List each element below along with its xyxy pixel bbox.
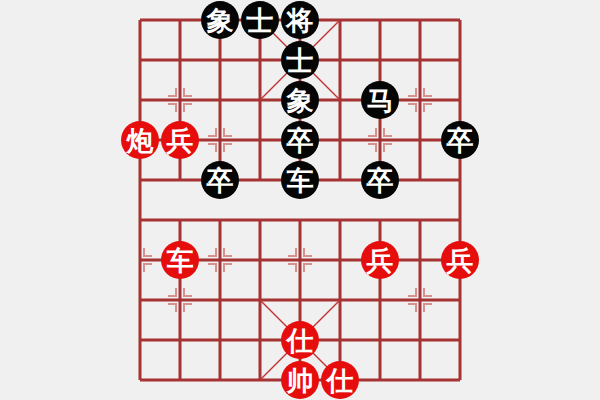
point-6-6[interactable]: 兵 <box>360 240 400 280</box>
point-7-5[interactable] <box>400 200 440 240</box>
red-chariot[interactable]: 车 <box>161 241 199 279</box>
red-cannon[interactable]: 炮 <box>121 121 159 159</box>
point-5-8[interactable] <box>320 320 360 360</box>
point-5-0[interactable] <box>320 0 360 40</box>
black-advisor[interactable]: 士 <box>281 41 319 79</box>
point-4-8[interactable]: 仕 <box>280 320 320 360</box>
point-1-3[interactable]: 兵 <box>160 120 200 160</box>
point-7-6[interactable] <box>400 240 440 280</box>
point-2-6[interactable] <box>200 240 240 280</box>
point-1-7[interactable] <box>160 280 200 320</box>
point-7-4[interactable] <box>400 160 440 200</box>
point-3-1[interactable] <box>240 40 280 80</box>
point-2-8[interactable] <box>200 320 240 360</box>
point-5-6[interactable] <box>320 240 360 280</box>
black-pawn[interactable]: 卒 <box>281 121 319 159</box>
point-4-5[interactable] <box>280 200 320 240</box>
point-8-5[interactable] <box>440 200 480 240</box>
point-5-1[interactable] <box>320 40 360 80</box>
point-5-9[interactable]: 仕 <box>320 360 360 400</box>
red-general[interactable]: 帅 <box>281 361 319 399</box>
point-3-7[interactable] <box>240 280 280 320</box>
point-5-2[interactable] <box>320 80 360 120</box>
point-0-0[interactable] <box>120 0 160 40</box>
point-4-2[interactable]: 象 <box>280 80 320 120</box>
point-6-5[interactable] <box>360 200 400 240</box>
point-2-1[interactable] <box>200 40 240 80</box>
point-4-1[interactable]: 士 <box>280 40 320 80</box>
point-3-6[interactable] <box>240 240 280 280</box>
point-2-4[interactable]: 卒 <box>200 160 240 200</box>
point-6-2[interactable]: 马 <box>360 80 400 120</box>
point-2-0[interactable]: 象 <box>200 0 240 40</box>
point-6-4[interactable]: 卒 <box>360 160 400 200</box>
point-0-6[interactable] <box>120 240 160 280</box>
red-pawn[interactable]: 兵 <box>361 241 399 279</box>
point-8-7[interactable] <box>440 280 480 320</box>
point-2-7[interactable] <box>200 280 240 320</box>
point-0-2[interactable] <box>120 80 160 120</box>
point-6-1[interactable] <box>360 40 400 80</box>
point-0-3[interactable]: 炮 <box>120 120 160 160</box>
point-7-9[interactable] <box>400 360 440 400</box>
black-pawn[interactable]: 卒 <box>361 161 399 199</box>
red-pawn[interactable]: 兵 <box>161 121 199 159</box>
point-3-4[interactable] <box>240 160 280 200</box>
red-pawn[interactable]: 兵 <box>441 241 479 279</box>
point-7-8[interactable] <box>400 320 440 360</box>
point-4-4[interactable]: 车 <box>280 160 320 200</box>
point-1-0[interactable] <box>160 0 200 40</box>
point-8-6[interactable]: 兵 <box>440 240 480 280</box>
point-1-8[interactable] <box>160 320 200 360</box>
red-advisor[interactable]: 仕 <box>281 321 319 359</box>
point-5-5[interactable] <box>320 200 360 240</box>
point-0-4[interactable] <box>120 160 160 200</box>
point-2-5[interactable] <box>200 200 240 240</box>
point-0-8[interactable] <box>120 320 160 360</box>
point-6-3[interactable] <box>360 120 400 160</box>
point-3-2[interactable] <box>240 80 280 120</box>
point-6-0[interactable] <box>360 0 400 40</box>
black-chariot[interactable]: 车 <box>281 161 319 199</box>
point-4-0[interactable]: 将 <box>280 0 320 40</box>
point-2-9[interactable] <box>200 360 240 400</box>
black-elephant[interactable]: 象 <box>281 81 319 119</box>
point-1-4[interactable] <box>160 160 200 200</box>
xiangqi-board: 象士将士象马炮兵卒卒卒车卒车兵兵仕帅仕 <box>0 0 600 400</box>
black-elephant[interactable]: 象 <box>201 1 239 39</box>
point-6-7[interactable] <box>360 280 400 320</box>
point-1-6[interactable]: 车 <box>160 240 200 280</box>
red-advisor[interactable]: 仕 <box>321 361 359 399</box>
point-0-5[interactable] <box>120 200 160 240</box>
point-3-3[interactable] <box>240 120 280 160</box>
point-7-2[interactable] <box>400 80 440 120</box>
point-8-0[interactable] <box>440 0 480 40</box>
point-8-1[interactable] <box>440 40 480 80</box>
pieces-grid: 象士将士象马炮兵卒卒卒车卒车兵兵仕帅仕 <box>120 0 480 400</box>
point-2-2[interactable] <box>200 80 240 120</box>
point-1-1[interactable] <box>160 40 200 80</box>
point-1-9[interactable] <box>160 360 200 400</box>
point-6-9[interactable] <box>360 360 400 400</box>
point-5-3[interactable] <box>320 120 360 160</box>
point-7-3[interactable] <box>400 120 440 160</box>
point-1-2[interactable] <box>160 80 200 120</box>
point-0-7[interactable] <box>120 280 160 320</box>
point-3-8[interactable] <box>240 320 280 360</box>
point-7-0[interactable] <box>400 0 440 40</box>
black-advisor[interactable]: 士 <box>241 1 279 39</box>
point-4-6[interactable] <box>280 240 320 280</box>
point-7-1[interactable] <box>400 40 440 80</box>
point-5-4[interactable] <box>320 160 360 200</box>
point-3-5[interactable] <box>240 200 280 240</box>
point-1-5[interactable] <box>160 200 200 240</box>
black-general[interactable]: 将 <box>281 1 319 39</box>
point-5-7[interactable] <box>320 280 360 320</box>
point-4-9[interactable]: 帅 <box>280 360 320 400</box>
point-3-9[interactable] <box>240 360 280 400</box>
black-horse[interactable]: 马 <box>361 81 399 119</box>
point-8-9[interactable] <box>440 360 480 400</box>
point-2-3[interactable] <box>200 120 240 160</box>
point-8-2[interactable] <box>440 80 480 120</box>
point-4-3[interactable]: 卒 <box>280 120 320 160</box>
point-8-3[interactable]: 卒 <box>440 120 480 160</box>
point-4-7[interactable] <box>280 280 320 320</box>
point-0-1[interactable] <box>120 40 160 80</box>
black-pawn[interactable]: 卒 <box>441 121 479 159</box>
point-6-8[interactable] <box>360 320 400 360</box>
point-3-0[interactable]: 士 <box>240 0 280 40</box>
point-8-8[interactable] <box>440 320 480 360</box>
point-7-7[interactable] <box>400 280 440 320</box>
black-pawn[interactable]: 卒 <box>201 161 239 199</box>
point-0-9[interactable] <box>120 360 160 400</box>
point-8-4[interactable] <box>440 160 480 200</box>
